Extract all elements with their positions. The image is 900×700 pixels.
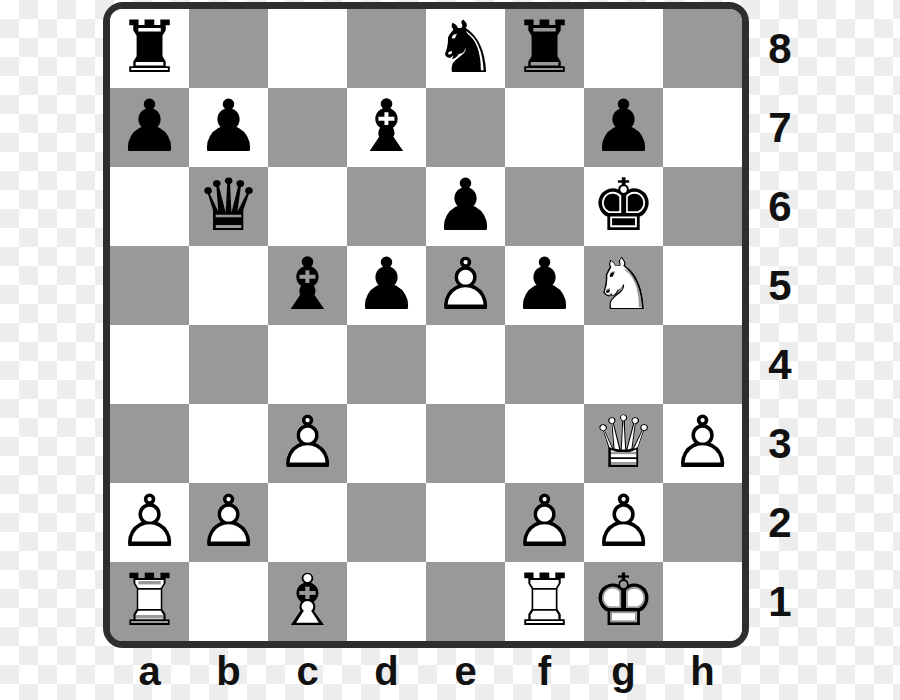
square-b7[interactable]: ♟ <box>189 88 268 167</box>
square-f4[interactable] <box>505 325 584 404</box>
black-pawn: ♟ <box>512 248 577 320</box>
square-b8[interactable] <box>189 9 268 88</box>
white-king: ♚♔ <box>591 564 656 636</box>
square-d1[interactable] <box>347 562 426 641</box>
square-h4[interactable] <box>663 325 742 404</box>
square-h2[interactable] <box>663 483 742 562</box>
square-a3[interactable] <box>110 404 189 483</box>
white-bishop: ♝♗ <box>275 564 340 636</box>
square-g3[interactable]: ♛♕ <box>584 404 663 483</box>
white-rook: ♜♖ <box>117 564 182 636</box>
square-f7[interactable] <box>505 88 584 167</box>
square-h5[interactable] <box>663 246 742 325</box>
file-label-e: e <box>426 648 505 694</box>
square-b2[interactable]: ♟♙ <box>189 483 268 562</box>
chess-diagram: ♜♞♜♟♟♝♟♛♟♚♝♟♟♙♟♞♘♟♙♛♕♟♙♟♙♟♙♟♙♟♙♜♖♝♗♜♖♚♔ … <box>0 0 900 700</box>
square-e2[interactable] <box>426 483 505 562</box>
square-a4[interactable] <box>110 325 189 404</box>
square-h3[interactable]: ♟♙ <box>663 404 742 483</box>
file-label-d: d <box>347 648 426 694</box>
square-a8[interactable]: ♜ <box>110 9 189 88</box>
square-c7[interactable] <box>268 88 347 167</box>
rank-label-1: 1 <box>754 562 806 641</box>
file-coordinates: abcdefgh <box>110 648 742 694</box>
square-e3[interactable] <box>426 404 505 483</box>
square-a6[interactable] <box>110 167 189 246</box>
rank-label-8: 8 <box>754 9 806 88</box>
square-a1[interactable]: ♜♖ <box>110 562 189 641</box>
square-d2[interactable] <box>347 483 426 562</box>
square-a2[interactable]: ♟♙ <box>110 483 189 562</box>
square-d8[interactable] <box>347 9 426 88</box>
square-h8[interactable] <box>663 9 742 88</box>
black-bishop: ♝ <box>275 248 340 320</box>
square-h7[interactable] <box>663 88 742 167</box>
black-pawn: ♟ <box>196 90 261 162</box>
square-d5[interactable]: ♟ <box>347 246 426 325</box>
square-c3[interactable]: ♟♙ <box>268 404 347 483</box>
black-rook: ♜ <box>117 11 182 83</box>
square-e7[interactable] <box>426 88 505 167</box>
white-pawn: ♟♙ <box>433 248 498 320</box>
square-e6[interactable]: ♟ <box>426 167 505 246</box>
square-d3[interactable] <box>347 404 426 483</box>
square-c5[interactable]: ♝ <box>268 246 347 325</box>
white-pawn: ♟♙ <box>117 485 182 557</box>
white-pawn: ♟♙ <box>275 406 340 478</box>
white-pawn: ♟♙ <box>196 485 261 557</box>
square-f5[interactable]: ♟ <box>505 246 584 325</box>
black-pawn: ♟ <box>117 90 182 162</box>
rank-label-6: 6 <box>754 167 806 246</box>
square-a7[interactable]: ♟ <box>110 88 189 167</box>
square-e5[interactable]: ♟♙ <box>426 246 505 325</box>
square-g1[interactable]: ♚♔ <box>584 562 663 641</box>
square-g6[interactable]: ♚ <box>584 167 663 246</box>
black-pawn: ♟ <box>591 90 656 162</box>
rank-label-5: 5 <box>754 246 806 325</box>
square-c8[interactable] <box>268 9 347 88</box>
white-queen: ♛♕ <box>591 406 656 478</box>
square-f2[interactable]: ♟♙ <box>505 483 584 562</box>
file-label-h: h <box>663 648 742 694</box>
square-c1[interactable]: ♝♗ <box>268 562 347 641</box>
square-f3[interactable] <box>505 404 584 483</box>
file-label-b: b <box>189 648 268 694</box>
file-label-c: c <box>268 648 347 694</box>
rank-label-7: 7 <box>754 88 806 167</box>
rank-label-2: 2 <box>754 483 806 562</box>
square-f6[interactable] <box>505 167 584 246</box>
black-queen: ♛ <box>196 169 261 241</box>
square-b6[interactable]: ♛ <box>189 167 268 246</box>
file-label-f: f <box>505 648 584 694</box>
square-d4[interactable] <box>347 325 426 404</box>
rank-label-4: 4 <box>754 325 806 404</box>
square-b4[interactable] <box>189 325 268 404</box>
square-b5[interactable] <box>189 246 268 325</box>
square-e8[interactable]: ♞ <box>426 9 505 88</box>
white-pawn: ♟♙ <box>512 485 577 557</box>
square-b3[interactable] <box>189 404 268 483</box>
square-c2[interactable] <box>268 483 347 562</box>
white-pawn: ♟♙ <box>591 485 656 557</box>
square-g2[interactable]: ♟♙ <box>584 483 663 562</box>
square-g8[interactable] <box>584 9 663 88</box>
black-bishop: ♝ <box>354 90 419 162</box>
square-g5[interactable]: ♞♘ <box>584 246 663 325</box>
square-f1[interactable]: ♜♖ <box>505 562 584 641</box>
square-g7[interactable]: ♟ <box>584 88 663 167</box>
black-pawn: ♟ <box>354 248 419 320</box>
square-h6[interactable] <box>663 167 742 246</box>
black-knight: ♞ <box>433 11 498 83</box>
chess-board: ♜♞♜♟♟♝♟♛♟♚♝♟♟♙♟♞♘♟♙♛♕♟♙♟♙♟♙♟♙♟♙♜♖♝♗♜♖♚♔ <box>110 9 742 641</box>
white-knight: ♞♘ <box>591 248 656 320</box>
square-d7[interactable]: ♝ <box>347 88 426 167</box>
board-frame: ♜♞♜♟♟♝♟♛♟♚♝♟♟♙♟♞♘♟♙♛♕♟♙♟♙♟♙♟♙♟♙♜♖♝♗♜♖♚♔ <box>103 2 749 648</box>
black-rook: ♜ <box>512 11 577 83</box>
square-b1[interactable] <box>189 562 268 641</box>
square-e4[interactable] <box>426 325 505 404</box>
white-pawn: ♟♙ <box>670 406 735 478</box>
black-pawn: ♟ <box>433 169 498 241</box>
square-g4[interactable] <box>584 325 663 404</box>
file-label-g: g <box>584 648 663 694</box>
rank-label-3: 3 <box>754 404 806 483</box>
rank-coordinates: 87654321 <box>754 9 806 641</box>
square-h1[interactable] <box>663 562 742 641</box>
square-e1[interactable] <box>426 562 505 641</box>
white-rook: ♜♖ <box>512 564 577 636</box>
square-d6[interactable] <box>347 167 426 246</box>
square-c4[interactable] <box>268 325 347 404</box>
square-f8[interactable]: ♜ <box>505 9 584 88</box>
square-a5[interactable] <box>110 246 189 325</box>
square-c6[interactable] <box>268 167 347 246</box>
black-king: ♚ <box>591 169 656 241</box>
file-label-a: a <box>110 648 189 694</box>
